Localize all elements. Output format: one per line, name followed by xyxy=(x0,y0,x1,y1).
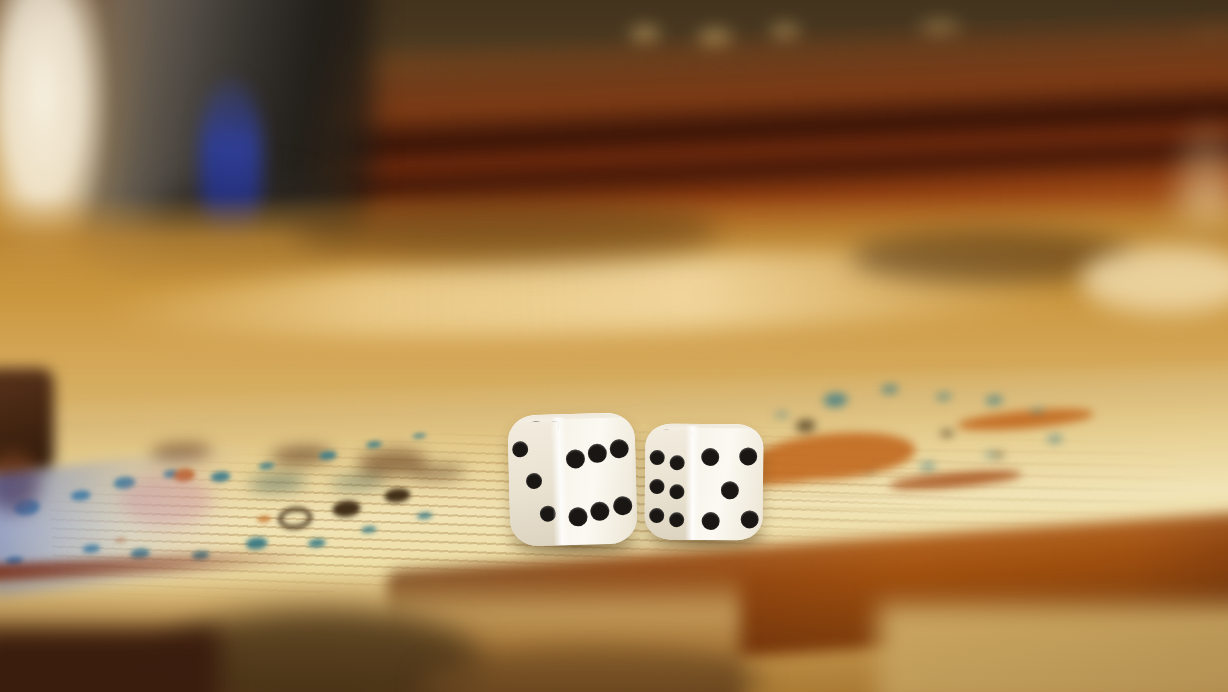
orange-ornament-blob xyxy=(749,426,917,486)
die-pip xyxy=(701,448,719,466)
die-pip xyxy=(649,479,664,494)
die-pip xyxy=(569,507,588,526)
die-pip xyxy=(670,455,685,470)
dark-ornament-dots xyxy=(795,419,816,433)
die-pip xyxy=(526,473,542,489)
die-pip xyxy=(649,508,664,523)
right-die-front-face-5 xyxy=(692,428,764,541)
die-pip xyxy=(587,444,606,463)
die-pip xyxy=(669,512,684,527)
die-pip xyxy=(512,441,528,457)
foreground-dark-corner xyxy=(0,628,220,692)
die-pip xyxy=(739,447,757,465)
right-die xyxy=(644,423,763,540)
die-edge-highlight xyxy=(685,426,700,540)
teal-ornament-dots xyxy=(823,392,848,408)
left-die xyxy=(507,412,637,546)
dark-smudge-left xyxy=(290,198,720,262)
die-pip xyxy=(591,502,610,521)
die-pip xyxy=(612,496,631,515)
dark-ornament-rings xyxy=(277,506,313,531)
die-pip xyxy=(649,450,664,465)
backgammon-dice-photo xyxy=(0,0,1228,692)
die-pip xyxy=(721,481,739,499)
die-pip xyxy=(565,449,584,468)
pink-light-reflection xyxy=(120,474,212,526)
foreground-tan-wash xyxy=(878,604,1228,692)
die-pip xyxy=(740,510,758,528)
die-pip xyxy=(609,439,628,458)
die-pip xyxy=(669,484,684,499)
left-die-front-face-6 xyxy=(558,417,637,545)
die-pip xyxy=(701,512,719,530)
